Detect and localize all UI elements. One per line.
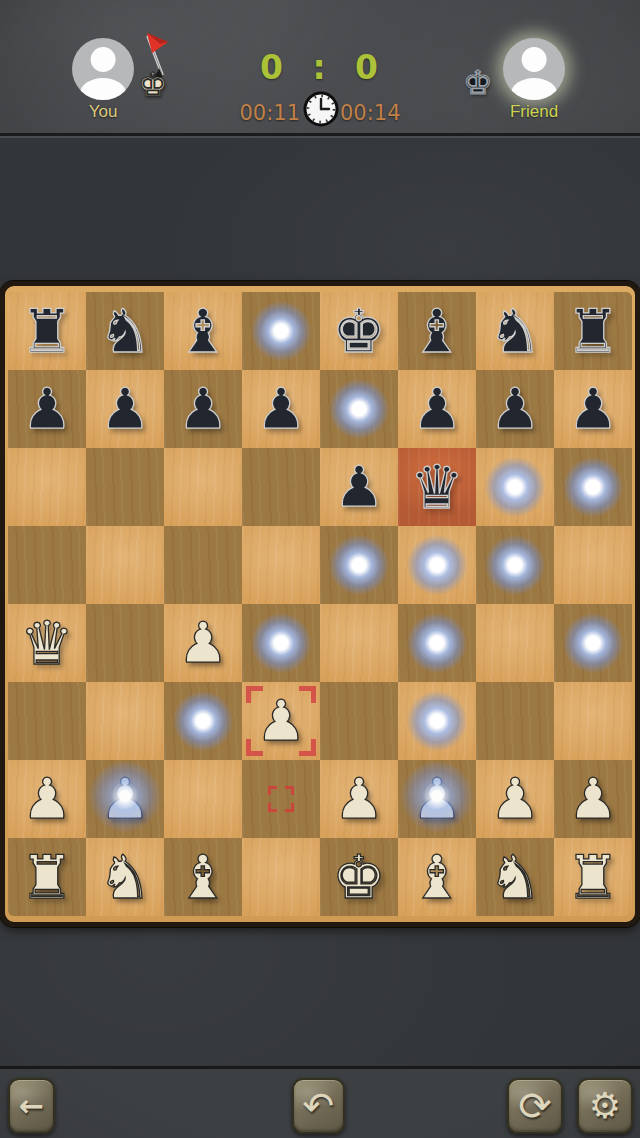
square-c8[interactable]: ♝ <box>164 292 242 370</box>
white-knight[interactable]: ♞ <box>86 838 164 916</box>
move-dot[interactable] <box>173 691 233 751</box>
square-a1[interactable]: ♜ <box>8 838 86 916</box>
white-pawn[interactable]: ♟ <box>86 760 164 838</box>
square-a6[interactable] <box>8 448 86 526</box>
black-pawn[interactable]: ♟ <box>86 370 164 448</box>
black-rook[interactable]: ♜ <box>8 292 86 370</box>
square-a2[interactable]: ♟ <box>8 760 86 838</box>
square-c5[interactable] <box>164 526 242 604</box>
square-b5[interactable] <box>86 526 164 604</box>
square-f2[interactable]: ♟ <box>398 760 476 838</box>
white-queen[interactable]: ♛ <box>8 604 86 682</box>
square-h7[interactable]: ♟ <box>554 370 632 448</box>
black-rook[interactable]: ♜ <box>554 292 632 370</box>
move-dot[interactable] <box>329 379 389 439</box>
square-e2[interactable]: ♟ <box>320 760 398 838</box>
white-bishop[interactable]: ♝ <box>398 838 476 916</box>
black-pawn[interactable]: ♟ <box>554 370 632 448</box>
square-f7[interactable]: ♟ <box>398 370 476 448</box>
square-h1[interactable]: ♜ <box>554 838 632 916</box>
header-divider <box>0 133 640 136</box>
white-pawn[interactable]: ♟ <box>8 760 86 838</box>
timer-white: 00:11 <box>200 101 300 125</box>
square-g7[interactable]: ♟ <box>476 370 554 448</box>
white-rook[interactable]: ♜ <box>8 838 86 916</box>
white-pawn[interactable]: ♟ <box>398 760 476 838</box>
white-knight[interactable]: ♞ <box>476 838 554 916</box>
square-h4[interactable] <box>554 604 632 682</box>
square-f6[interactable]: ♛ <box>398 448 476 526</box>
settings-button[interactable]: ⚙ <box>577 1078 633 1134</box>
square-b4[interactable] <box>86 604 164 682</box>
black-king[interactable]: ♚ <box>320 292 398 370</box>
square-e1[interactable]: ♚ <box>320 838 398 916</box>
black-bishop[interactable]: ♝ <box>398 292 476 370</box>
black-king-icon: ♚ <box>463 66 493 99</box>
square-g6[interactable] <box>476 448 554 526</box>
black-pawn[interactable]: ♟ <box>164 370 242 448</box>
square-e3[interactable] <box>320 682 398 760</box>
square-c4[interactable]: ♟ <box>164 604 242 682</box>
timer-black: 00:14 <box>340 101 440 125</box>
square-d8[interactable] <box>242 292 320 370</box>
square-b3[interactable] <box>86 682 164 760</box>
square-b2[interactable]: ♟ <box>86 760 164 838</box>
player-name-friend: Friend <box>491 102 577 122</box>
black-pawn[interactable]: ♟ <box>320 448 398 526</box>
white-pawn[interactable]: ♟ <box>320 760 398 838</box>
white-pawn[interactable]: ♟ <box>476 760 554 838</box>
square-d3[interactable]: ♟ <box>242 682 320 760</box>
square-e7[interactable] <box>320 370 398 448</box>
square-f4[interactable] <box>398 604 476 682</box>
square-e4[interactable] <box>320 604 398 682</box>
square-g4[interactable] <box>476 604 554 682</box>
square-d7[interactable]: ♟ <box>242 370 320 448</box>
black-pawn[interactable]: ♟ <box>398 370 476 448</box>
square-e5[interactable] <box>320 526 398 604</box>
black-pawn[interactable]: ♟ <box>242 370 320 448</box>
square-c6[interactable] <box>164 448 242 526</box>
square-a5[interactable] <box>8 526 86 604</box>
left-arrow-icon: ← <box>19 1091 44 1121</box>
square-h3[interactable] <box>554 682 632 760</box>
black-knight[interactable]: ♞ <box>476 292 554 370</box>
square-f1[interactable]: ♝ <box>398 838 476 916</box>
top-bar: You ♚ 0 : 0 00:11 00:14 ♚ F <box>0 0 640 133</box>
square-h6[interactable] <box>554 448 632 526</box>
square-e6[interactable]: ♟ <box>320 448 398 526</box>
rotate-icon: ⟳ <box>518 1086 552 1126</box>
square-c1[interactable]: ♝ <box>164 838 242 916</box>
flip-board-button[interactable]: ⟳ <box>507 1078 563 1134</box>
square-g5[interactable] <box>476 526 554 604</box>
move-dot[interactable] <box>407 535 467 595</box>
move-dot[interactable] <box>485 535 545 595</box>
move-dot[interactable] <box>485 457 545 517</box>
square-f8[interactable]: ♝ <box>398 292 476 370</box>
board-grid: ♜♞♝♚♝♞♜♟♟♟♟♟♟♟♟♛♛♟♟♟♟♟♟♟♟♜♞♝♚♝♞♜ <box>8 292 632 916</box>
square-g1[interactable]: ♞ <box>476 838 554 916</box>
white-bishop[interactable]: ♝ <box>164 838 242 916</box>
black-bishop[interactable]: ♝ <box>164 292 242 370</box>
undo-arrow-icon: ↶ <box>303 1087 335 1125</box>
chess-board: ♜♞♝♚♝♞♜♟♟♟♟♟♟♟♟♛♛♟♟♟♟♟♟♟♟♜♞♝♚♝♞♜ <box>0 281 640 927</box>
square-d4[interactable] <box>242 604 320 682</box>
person-icon <box>522 47 547 72</box>
last-move-from-marker <box>268 786 294 812</box>
white-rook[interactable]: ♜ <box>554 838 632 916</box>
undo-button[interactable]: ↶ <box>292 1078 345 1134</box>
black-knight[interactable]: ♞ <box>86 292 164 370</box>
avatar-friend <box>503 38 565 100</box>
move-dot[interactable] <box>251 613 311 673</box>
square-f3[interactable] <box>398 682 476 760</box>
white-king[interactable]: ♚ <box>320 838 398 916</box>
square-c2[interactable] <box>164 760 242 838</box>
white-pawn[interactable]: ♟ <box>554 760 632 838</box>
back-button[interactable]: ← <box>8 1078 55 1134</box>
square-d5[interactable] <box>242 526 320 604</box>
clock-icon <box>303 91 339 127</box>
square-a3[interactable] <box>8 682 86 760</box>
square-a4[interactable]: ♛ <box>8 604 86 682</box>
square-a7[interactable]: ♟ <box>8 370 86 448</box>
square-d6[interactable] <box>242 448 320 526</box>
black-pawn[interactable]: ♟ <box>8 370 86 448</box>
square-b1[interactable]: ♞ <box>86 838 164 916</box>
chess-app: You ♚ 0 : 0 00:11 00:14 ♚ F <box>0 0 640 1138</box>
white-pawn[interactable]: ♟ <box>242 682 320 760</box>
move-dot[interactable] <box>563 613 623 673</box>
square-c3[interactable] <box>164 682 242 760</box>
move-dot[interactable] <box>563 457 623 517</box>
black-queen[interactable]: ♛ <box>398 448 476 526</box>
move-dot[interactable] <box>329 535 389 595</box>
square-b6[interactable] <box>86 448 164 526</box>
square-f5[interactable] <box>398 526 476 604</box>
black-pawn[interactable]: ♟ <box>476 370 554 448</box>
square-c7[interactable]: ♟ <box>164 370 242 448</box>
square-h5[interactable] <box>554 526 632 604</box>
square-g3[interactable] <box>476 682 554 760</box>
move-dot[interactable] <box>251 301 311 361</box>
square-d1[interactable] <box>242 838 320 916</box>
gear-icon: ⚙ <box>589 1088 621 1124</box>
square-h8[interactable]: ♜ <box>554 292 632 370</box>
white-pawn[interactable]: ♟ <box>164 604 242 682</box>
square-b7[interactable]: ♟ <box>86 370 164 448</box>
square-d2[interactable] <box>242 760 320 838</box>
square-b8[interactable]: ♞ <box>86 292 164 370</box>
move-dot[interactable] <box>407 613 467 673</box>
square-a8[interactable]: ♜ <box>8 292 86 370</box>
square-e8[interactable]: ♚ <box>320 292 398 370</box>
move-dot[interactable] <box>407 691 467 751</box>
square-h2[interactable]: ♟ <box>554 760 632 838</box>
square-g8[interactable]: ♞ <box>476 292 554 370</box>
square-g2[interactable]: ♟ <box>476 760 554 838</box>
